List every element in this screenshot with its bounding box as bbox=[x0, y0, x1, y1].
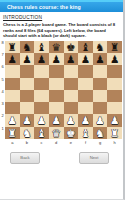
square-c2: ♟ bbox=[34, 114, 49, 126]
piece-black-pawn: ♟ bbox=[37, 53, 46, 65]
piece-black-pawn: ♟ bbox=[22, 53, 31, 65]
square-d8: ♛ bbox=[49, 41, 64, 53]
square-g4 bbox=[93, 90, 108, 102]
square-h5 bbox=[107, 78, 122, 90]
next-button[interactable]: Next bbox=[79, 152, 109, 164]
square-h7: ♟ bbox=[107, 53, 122, 65]
square-h1: ♜ bbox=[107, 127, 122, 139]
square-c4 bbox=[34, 90, 49, 102]
square-b7: ♟ bbox=[20, 53, 35, 65]
square-c3 bbox=[34, 102, 49, 114]
square-e2: ♟ bbox=[64, 114, 79, 126]
square-d4 bbox=[49, 90, 64, 102]
piece-white-queen: ♛ bbox=[51, 127, 60, 139]
piece-white-knight: ♞ bbox=[95, 127, 104, 139]
square-g2: ♟ bbox=[93, 114, 108, 126]
file-label-g: g bbox=[93, 139, 108, 146]
file-labels: abcdefgh bbox=[5, 139, 122, 146]
piece-white-rook: ♜ bbox=[110, 127, 119, 139]
file-label-e: e bbox=[64, 139, 79, 146]
piece-black-bishop: ♝ bbox=[81, 41, 90, 53]
square-a5 bbox=[5, 78, 20, 90]
piece-white-king: ♚ bbox=[66, 127, 75, 139]
square-b8: ♞ bbox=[20, 41, 35, 53]
piece-black-pawn: ♟ bbox=[95, 53, 104, 65]
square-a3 bbox=[5, 102, 20, 114]
file-label-b: b bbox=[20, 139, 35, 146]
lesson-body: Chess is a 2-player board game. The boar… bbox=[3, 22, 120, 39]
square-g7: ♟ bbox=[93, 53, 108, 65]
square-f4 bbox=[78, 90, 93, 102]
piece-white-knight: ♞ bbox=[22, 127, 31, 139]
square-f7: ♟ bbox=[78, 53, 93, 65]
square-e7: ♟ bbox=[64, 53, 79, 65]
square-d6 bbox=[49, 65, 64, 77]
square-b4 bbox=[20, 90, 35, 102]
lesson-heading: INTRODUCTION bbox=[3, 15, 120, 20]
square-d3 bbox=[49, 102, 64, 114]
piece-black-pawn: ♟ bbox=[8, 53, 17, 65]
square-g6 bbox=[93, 65, 108, 77]
square-b2: ♟ bbox=[20, 114, 35, 126]
square-f2: ♟ bbox=[78, 114, 93, 126]
piece-black-queen: ♛ bbox=[51, 41, 60, 53]
square-b3 bbox=[20, 102, 35, 114]
piece-white-pawn: ♟ bbox=[95, 114, 104, 126]
back-button[interactable]: Back bbox=[10, 152, 40, 164]
square-f5 bbox=[78, 78, 93, 90]
square-a4 bbox=[5, 90, 20, 102]
square-a2: ♟ bbox=[5, 114, 20, 126]
file-label-h: h bbox=[107, 139, 122, 146]
square-f1: ♝ bbox=[78, 127, 93, 139]
square-e8: ♚ bbox=[64, 41, 79, 53]
app-screen: { "game": "chess", "position": "rnbqkbnr… bbox=[0, 0, 125, 200]
square-h3 bbox=[107, 102, 122, 114]
piece-black-knight: ♞ bbox=[22, 41, 31, 53]
piece-black-rook: ♜ bbox=[110, 41, 119, 53]
square-d1: ♛ bbox=[49, 127, 64, 139]
piece-white-pawn: ♟ bbox=[8, 114, 17, 126]
piece-black-pawn: ♟ bbox=[66, 53, 75, 65]
piece-white-bishop: ♝ bbox=[37, 127, 46, 139]
square-e3 bbox=[64, 102, 79, 114]
piece-black-pawn: ♟ bbox=[110, 53, 119, 65]
square-g3 bbox=[93, 102, 108, 114]
square-g8: ♞ bbox=[93, 41, 108, 53]
piece-black-pawn: ♟ bbox=[81, 53, 90, 65]
square-c5 bbox=[34, 78, 49, 90]
square-a7: ♟ bbox=[5, 53, 20, 65]
square-a6 bbox=[5, 65, 20, 77]
page-title: Chess rules course: the king bbox=[7, 4, 81, 10]
file-label-a: a bbox=[5, 139, 20, 146]
square-d2: ♟ bbox=[49, 114, 64, 126]
square-h4 bbox=[107, 90, 122, 102]
square-f6 bbox=[78, 65, 93, 77]
piece-white-pawn: ♟ bbox=[81, 114, 90, 126]
piece-white-pawn: ♟ bbox=[37, 114, 46, 126]
square-f3 bbox=[78, 102, 93, 114]
square-h6 bbox=[107, 65, 122, 77]
title-bar: Chess rules course: the king bbox=[0, 0, 123, 12]
square-c8: ♝ bbox=[34, 41, 49, 53]
chessboard: ♜♞♝♛♚♝♞♜♟♟♟♟♟♟♟♟♟♟♟♟♟♟♟♟♜♞♝♛♚♝♞♜ bbox=[5, 41, 122, 139]
piece-white-rook: ♜ bbox=[8, 127, 17, 139]
square-b6 bbox=[20, 65, 35, 77]
piece-white-bishop: ♝ bbox=[81, 127, 90, 139]
square-h8: ♜ bbox=[107, 41, 122, 53]
square-d5 bbox=[49, 78, 64, 90]
square-e5 bbox=[64, 78, 79, 90]
square-e1: ♚ bbox=[64, 127, 79, 139]
piece-white-pawn: ♟ bbox=[110, 114, 119, 126]
piece-black-knight: ♞ bbox=[95, 41, 104, 53]
file-label-c: c bbox=[34, 139, 49, 146]
piece-white-pawn: ♟ bbox=[22, 114, 31, 126]
square-e6 bbox=[64, 65, 79, 77]
piece-black-pawn: ♟ bbox=[51, 53, 60, 65]
square-f8: ♝ bbox=[78, 41, 93, 53]
square-d7: ♟ bbox=[49, 53, 64, 65]
piece-black-bishop: ♝ bbox=[37, 41, 46, 53]
square-g5 bbox=[93, 78, 108, 90]
piece-black-rook: ♜ bbox=[8, 41, 17, 53]
nav-button-row: Back Next bbox=[0, 152, 123, 164]
file-label-f: f bbox=[78, 139, 93, 146]
lesson-text-area: INTRODUCTION Chess is a 2-player board g… bbox=[0, 12, 123, 39]
square-a8: ♜ bbox=[5, 41, 20, 53]
piece-white-pawn: ♟ bbox=[66, 114, 75, 126]
file-label-d: d bbox=[49, 139, 64, 146]
square-c6 bbox=[34, 65, 49, 77]
square-g1: ♞ bbox=[93, 127, 108, 139]
piece-black-king: ♚ bbox=[66, 41, 75, 53]
piece-white-pawn: ♟ bbox=[51, 114, 60, 126]
square-h2: ♟ bbox=[107, 114, 122, 126]
square-a1: ♜ bbox=[5, 127, 20, 139]
square-c1: ♝ bbox=[34, 127, 49, 139]
square-b5 bbox=[20, 78, 35, 90]
square-e4 bbox=[64, 90, 79, 102]
chessboard-container: 87654321 ♜♞♝♛♚♝♞♜♟♟♟♟♟♟♟♟♟♟♟♟♟♟♟♟♜♞♝♛♚♝♞… bbox=[0, 41, 125, 139]
square-c7: ♟ bbox=[34, 53, 49, 65]
square-b1: ♞ bbox=[20, 127, 35, 139]
